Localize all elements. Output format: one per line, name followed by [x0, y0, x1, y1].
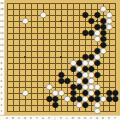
col-label: M	[71, 117, 75, 120]
col-label: S	[107, 117, 111, 120]
grid-line-h	[7, 27, 117, 28]
grid-line-h	[7, 99, 117, 100]
hoshi-point	[24, 20, 26, 22]
col-label: E	[29, 117, 33, 120]
col-label: K	[59, 117, 63, 120]
col-label: H	[47, 117, 51, 120]
hoshi-point	[60, 56, 62, 58]
col-label: J	[53, 117, 57, 120]
row-label: 12	[0, 44, 3, 47]
row-coordinate-strip: 19181716151413121110987654321	[0, 0, 5, 114]
row-label: 9	[0, 62, 3, 65]
grid-line-h	[7, 45, 117, 46]
row-label: 17	[0, 14, 3, 17]
col-label: D	[23, 117, 27, 120]
row-label: 18	[0, 8, 3, 11]
row-label: 11	[0, 50, 3, 53]
hoshi-point	[24, 92, 26, 94]
go-board[interactable]: ●●●●●●●●●●●●●●●●●●●●●●●●●●●●●●●●●●●●●●●●…	[4, 0, 121, 115]
row-label: 7	[0, 74, 3, 77]
col-label: O	[83, 117, 87, 120]
row-label: 1	[0, 110, 3, 113]
grid-line-h	[7, 3, 117, 4]
row-label: 8	[0, 68, 3, 71]
grid-line-h	[7, 33, 117, 34]
hoshi-point	[96, 56, 98, 58]
col-label: L	[65, 117, 69, 120]
hoshi-point	[24, 56, 26, 58]
row-label: 14	[0, 32, 3, 35]
row-label: 3	[0, 98, 3, 101]
hoshi-point	[96, 20, 98, 22]
col-label: P	[89, 117, 93, 120]
row-label: 2	[0, 104, 3, 107]
grid-line-h	[7, 51, 117, 52]
col-label: C	[17, 117, 21, 120]
grid-line-h	[7, 87, 117, 88]
row-label: 6	[0, 80, 3, 83]
grid-line-h	[7, 69, 117, 70]
hoshi-point	[60, 20, 62, 22]
grid-line-h	[7, 39, 117, 40]
grid-line-h	[7, 75, 117, 76]
grid-line-h	[7, 111, 117, 112]
row-label: 5	[0, 86, 3, 89]
col-label: T	[113, 117, 117, 120]
grid-line-h	[7, 105, 117, 106]
col-label: R	[101, 117, 105, 120]
row-label: 16	[0, 20, 3, 23]
grid-line-h	[7, 9, 117, 10]
grid-line-h	[7, 15, 117, 16]
row-label: 19	[0, 2, 3, 5]
go-app-screen: ●●●●●●●●●●●●●●●●●●●●●●●●●●●●●●●●●●●●●●●●…	[0, 0, 120, 120]
col-label: Q	[95, 117, 99, 120]
col-label: N	[77, 117, 81, 120]
row-label: 10	[0, 56, 3, 59]
hoshi-point	[60, 92, 62, 94]
col-coordinate-strip: ABCDEFGHJKLMNOPQRST	[0, 115, 120, 121]
grid-line-h	[7, 63, 117, 64]
row-label: 13	[0, 38, 3, 41]
col-label: B	[11, 117, 15, 120]
col-label: G	[41, 117, 45, 120]
col-label: F	[35, 117, 39, 120]
row-label: 4	[0, 92, 3, 95]
col-label: A	[5, 117, 9, 120]
hoshi-point	[96, 92, 98, 94]
row-label: 15	[0, 26, 3, 29]
grid-line-h	[7, 81, 117, 82]
